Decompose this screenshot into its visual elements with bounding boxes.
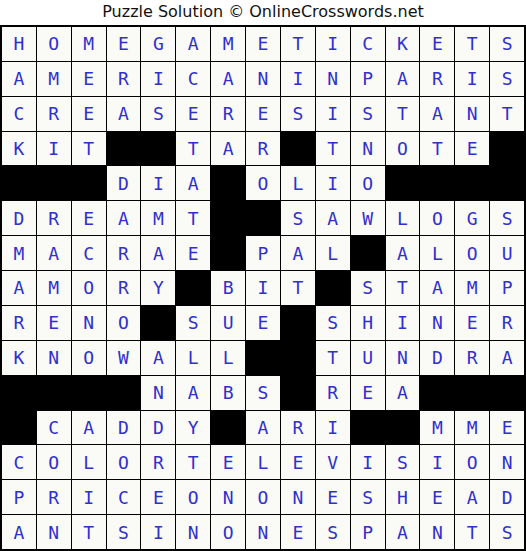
letter-cell-r9c12: I	[386, 306, 420, 340]
letter-cell-r9c4: O	[107, 306, 141, 340]
letter-cell-r14c9: N	[281, 480, 315, 514]
letter-cell-r3c6: E	[176, 97, 210, 131]
letter-cell-r7c9: A	[281, 236, 315, 270]
black-cell-r11c4	[107, 376, 141, 410]
letter-cell-r1c14: T	[455, 27, 489, 61]
letter-cell-r2c7: A	[211, 62, 245, 96]
black-cell-r11c13	[420, 376, 454, 410]
letter-cell-r14c6: O	[176, 480, 210, 514]
letter-cell-r11c8: S	[246, 376, 280, 410]
letter-cell-r6c11: W	[351, 201, 385, 235]
letter-cell-r3c1: C	[2, 97, 36, 131]
letter-cell-r6c10: A	[316, 201, 350, 235]
black-cell-r9c5	[141, 306, 175, 340]
letter-cell-r10c1: K	[2, 341, 36, 375]
black-cell-r5c1	[2, 166, 36, 200]
letter-cell-r3c13: A	[420, 97, 454, 131]
black-cell-r11c14	[455, 376, 489, 410]
letter-cell-r5c10: I	[316, 166, 350, 200]
black-cell-r12c12	[386, 411, 420, 445]
letter-cell-r4c7: A	[211, 132, 245, 166]
letter-cell-r12c8: A	[246, 411, 280, 445]
page-title: Puzzle Solution © OnlineCrosswords.net	[0, 0, 526, 25]
letter-cell-r15c1: A	[2, 515, 36, 549]
letter-cell-r1c8: E	[246, 27, 280, 61]
crossword-grid: HOMEGAMETICKETSAMERICANINPARISCREASERESI…	[0, 25, 526, 551]
black-cell-r5c3	[72, 166, 106, 200]
letter-cell-r3c4: A	[107, 97, 141, 131]
letter-cell-r13c15: N	[490, 445, 524, 479]
letter-cell-r7c15: U	[490, 236, 524, 270]
letter-cell-r14c5: E	[141, 480, 175, 514]
letter-cell-r9c13: N	[420, 306, 454, 340]
letter-cell-r1c5: G	[141, 27, 175, 61]
letter-cell-r10c2: N	[37, 341, 71, 375]
letter-cell-r1c1: H	[2, 27, 36, 61]
letter-cell-r5c11: O	[351, 166, 385, 200]
letter-cell-r7c2: A	[37, 236, 71, 270]
black-cell-r6c8	[246, 201, 280, 235]
black-cell-r11c2	[37, 376, 71, 410]
letter-cell-r1c13: E	[420, 27, 454, 61]
letter-cell-r13c14: O	[455, 445, 489, 479]
letter-cell-r14c1: P	[2, 480, 36, 514]
letter-cell-r13c1: C	[2, 445, 36, 479]
letter-cell-r9c1: R	[2, 306, 36, 340]
letter-cell-r2c6: C	[176, 62, 210, 96]
letter-cell-r9c2: E	[37, 306, 71, 340]
letter-cell-r6c14: G	[455, 201, 489, 235]
letter-cell-r10c13: D	[420, 341, 454, 375]
letter-cell-r8c4: R	[107, 271, 141, 305]
letter-cell-r2c2: M	[37, 62, 71, 96]
letter-cell-r15c11: P	[351, 515, 385, 549]
letter-cell-r2c5: I	[141, 62, 175, 96]
letter-cell-r12c5: D	[141, 411, 175, 445]
letter-cell-r12c2: C	[37, 411, 71, 445]
letter-cell-r13c4: O	[107, 445, 141, 479]
letter-cell-r10c14: R	[455, 341, 489, 375]
letter-cell-r5c8: O	[246, 166, 280, 200]
letter-cell-r14c14: A	[455, 480, 489, 514]
letter-cell-r5c5: I	[141, 166, 175, 200]
letter-cell-r2c4: R	[107, 62, 141, 96]
letter-cell-r15c4: S	[107, 515, 141, 549]
letter-cell-r11c10: R	[316, 376, 350, 410]
letter-cell-r7c13: L	[420, 236, 454, 270]
letter-cell-r9c3: N	[72, 306, 106, 340]
letter-cell-r2c10: N	[316, 62, 350, 96]
letter-cell-r4c13: T	[420, 132, 454, 166]
letter-cell-r13c3: L	[72, 445, 106, 479]
letter-cell-r1c9: T	[281, 27, 315, 61]
black-cell-r5c15	[490, 166, 524, 200]
letter-cell-r14c2: R	[37, 480, 71, 514]
letter-cell-r9c14: E	[455, 306, 489, 340]
letter-cell-r13c11: I	[351, 445, 385, 479]
letter-cell-r1c3: M	[72, 27, 106, 61]
letter-cell-r2c3: E	[72, 62, 106, 96]
letter-cell-r10c7: L	[211, 341, 245, 375]
letter-cell-r13c7: E	[211, 445, 245, 479]
letter-cell-r8c11: S	[351, 271, 385, 305]
letter-cell-r14c13: E	[420, 480, 454, 514]
letter-cell-r11c7: B	[211, 376, 245, 410]
letter-cell-r7c1: M	[2, 236, 36, 270]
letter-cell-r6c6: T	[176, 201, 210, 235]
letter-cell-r15c13: N	[420, 515, 454, 549]
letter-cell-r14c3: I	[72, 480, 106, 514]
letter-cell-r3c15: T	[490, 97, 524, 131]
letter-cell-r1c7: M	[211, 27, 245, 61]
letter-cell-r7c4: R	[107, 236, 141, 270]
letter-cell-r8c9: T	[281, 271, 315, 305]
letter-cell-r5c9: L	[281, 166, 315, 200]
letter-cell-r2c12: A	[386, 62, 420, 96]
letter-cell-r3c11: S	[351, 97, 385, 131]
letter-cell-r15c7: O	[211, 515, 245, 549]
letter-cell-r1c2: O	[37, 27, 71, 61]
black-cell-r8c10	[316, 271, 350, 305]
letter-cell-r15c10: S	[316, 515, 350, 549]
letter-cell-r15c3: T	[72, 515, 106, 549]
black-cell-r10c9	[281, 341, 315, 375]
letter-cell-r6c4: A	[107, 201, 141, 235]
letter-cell-r10c12: N	[386, 341, 420, 375]
letter-cell-r4c1: K	[2, 132, 36, 166]
black-cell-r5c13	[420, 166, 454, 200]
black-cell-r11c15	[490, 376, 524, 410]
black-cell-r5c12	[386, 166, 420, 200]
letter-cell-r13c6: T	[176, 445, 210, 479]
letter-cell-r13c9: E	[281, 445, 315, 479]
letter-cell-r8c15: P	[490, 271, 524, 305]
black-cell-r4c9	[281, 132, 315, 166]
letter-cell-r2c11: P	[351, 62, 385, 96]
letter-cell-r3c7: R	[211, 97, 245, 131]
letter-cell-r3c12: T	[386, 97, 420, 131]
letter-cell-r15c15: S	[490, 515, 524, 549]
letter-cell-r4c12: O	[386, 132, 420, 166]
letter-cell-r3c14: N	[455, 97, 489, 131]
black-cell-r5c2	[37, 166, 71, 200]
letter-cell-r1c15: S	[490, 27, 524, 61]
letter-cell-r12c9: R	[281, 411, 315, 445]
black-cell-r6c7	[211, 201, 245, 235]
letter-cell-r6c13: O	[420, 201, 454, 235]
letter-cell-r8c2: M	[37, 271, 71, 305]
letter-cell-r5c6: A	[176, 166, 210, 200]
letter-cell-r8c5: Y	[141, 271, 175, 305]
letter-cell-r3c9: S	[281, 97, 315, 131]
letter-cell-r1c12: K	[386, 27, 420, 61]
letter-cell-r6c12: L	[386, 201, 420, 235]
letter-cell-r1c11: C	[351, 27, 385, 61]
letter-cell-r8c12: T	[386, 271, 420, 305]
letter-cell-r12c10: I	[316, 411, 350, 445]
letter-cell-r3c8: E	[246, 97, 280, 131]
letter-cell-r15c2: N	[37, 515, 71, 549]
letter-cell-r9c10: S	[316, 306, 350, 340]
letter-cell-r13c13: I	[420, 445, 454, 479]
letter-cell-r10c6: L	[176, 341, 210, 375]
letter-cell-r7c3: C	[72, 236, 106, 270]
letter-cell-r6c1: D	[2, 201, 36, 235]
letter-cell-r9c11: H	[351, 306, 385, 340]
black-cell-r11c3	[72, 376, 106, 410]
letter-cell-r4c2: I	[37, 132, 71, 166]
letter-cell-r8c3: O	[72, 271, 106, 305]
black-cell-r12c7	[211, 411, 245, 445]
letter-cell-r2c14: I	[455, 62, 489, 96]
letter-cell-r11c11: E	[351, 376, 385, 410]
letter-cell-r12c4: D	[107, 411, 141, 445]
letter-cell-r15c9: E	[281, 515, 315, 549]
letter-cell-r12c6: Y	[176, 411, 210, 445]
letter-cell-r15c6: N	[176, 515, 210, 549]
letter-cell-r3c5: S	[141, 97, 175, 131]
letter-cell-r7c6: E	[176, 236, 210, 270]
letter-cell-r15c12: A	[386, 515, 420, 549]
letter-cell-r11c12: A	[386, 376, 420, 410]
black-cell-r5c7	[211, 166, 245, 200]
letter-cell-r15c8: N	[246, 515, 280, 549]
letter-cell-r6c3: E	[72, 201, 106, 235]
black-cell-r5c14	[455, 166, 489, 200]
letter-cell-r10c3: O	[72, 341, 106, 375]
black-cell-r8c6	[176, 271, 210, 305]
letter-cell-r7c12: A	[386, 236, 420, 270]
black-cell-r9c9	[281, 306, 315, 340]
letter-cell-r5c4: D	[107, 166, 141, 200]
letter-cell-r9c7: U	[211, 306, 245, 340]
letter-cell-r7c5: A	[141, 236, 175, 270]
letter-cell-r8c8: I	[246, 271, 280, 305]
letter-cell-r8c13: A	[420, 271, 454, 305]
letter-cell-r14c4: C	[107, 480, 141, 514]
letter-cell-r13c5: R	[141, 445, 175, 479]
letter-cell-r11c6: A	[176, 376, 210, 410]
letter-cell-r14c12: H	[386, 480, 420, 514]
black-cell-r4c4	[107, 132, 141, 166]
letter-cell-r14c10: E	[316, 480, 350, 514]
letter-cell-r13c10: V	[316, 445, 350, 479]
letter-cell-r2c8: N	[246, 62, 280, 96]
letter-cell-r4c3: T	[72, 132, 106, 166]
letter-cell-r4c10: T	[316, 132, 350, 166]
black-cell-r11c1	[2, 376, 36, 410]
letter-cell-r1c4: E	[107, 27, 141, 61]
letter-cell-r15c14: T	[455, 515, 489, 549]
black-cell-r4c15	[490, 132, 524, 166]
letter-cell-r12c14: M	[455, 411, 489, 445]
letter-cell-r12c13: M	[420, 411, 454, 445]
letter-cell-r3c2: R	[37, 97, 71, 131]
letter-cell-r14c15: D	[490, 480, 524, 514]
letter-cell-r10c11: U	[351, 341, 385, 375]
letter-cell-r15c5: I	[141, 515, 175, 549]
letter-cell-r7c14: O	[455, 236, 489, 270]
letter-cell-r8c1: A	[2, 271, 36, 305]
letter-cell-r9c6: S	[176, 306, 210, 340]
letter-cell-r10c15: A	[490, 341, 524, 375]
black-cell-r12c11	[351, 411, 385, 445]
letter-cell-r4c14: E	[455, 132, 489, 166]
letter-cell-r11c5: N	[141, 376, 175, 410]
letter-cell-r7c8: P	[246, 236, 280, 270]
letter-cell-r9c15: R	[490, 306, 524, 340]
letter-cell-r12c15: E	[490, 411, 524, 445]
letter-cell-r4c11: N	[351, 132, 385, 166]
letter-cell-r1c10: I	[316, 27, 350, 61]
letter-cell-r10c5: A	[141, 341, 175, 375]
letter-cell-r14c11: S	[351, 480, 385, 514]
letter-cell-r13c2: O	[37, 445, 71, 479]
black-cell-r10c8	[246, 341, 280, 375]
letter-cell-r13c12: S	[386, 445, 420, 479]
letter-cell-r8c7: B	[211, 271, 245, 305]
letter-cell-r4c8: R	[246, 132, 280, 166]
letter-cell-r6c2: R	[37, 201, 71, 235]
letter-cell-r9c8: E	[246, 306, 280, 340]
letter-cell-r3c3: E	[72, 97, 106, 131]
black-cell-r7c11	[351, 236, 385, 270]
letter-cell-r6c15: S	[490, 201, 524, 235]
black-cell-r12c1	[2, 411, 36, 445]
letter-cell-r6c9: S	[281, 201, 315, 235]
letter-cell-r7c10: L	[316, 236, 350, 270]
letter-cell-r13c8: L	[246, 445, 280, 479]
letter-cell-r12c3: A	[72, 411, 106, 445]
letter-cell-r14c7: N	[211, 480, 245, 514]
black-cell-r4c5	[141, 132, 175, 166]
letter-cell-r8c14: M	[455, 271, 489, 305]
letter-cell-r2c13: R	[420, 62, 454, 96]
black-cell-r11c9	[281, 376, 315, 410]
letter-cell-r2c9: I	[281, 62, 315, 96]
letter-cell-r6c5: M	[141, 201, 175, 235]
letter-cell-r10c4: W	[107, 341, 141, 375]
letter-cell-r3c10: I	[316, 97, 350, 131]
black-cell-r7c7	[211, 236, 245, 270]
letter-cell-r2c15: S	[490, 62, 524, 96]
letter-cell-r2c1: A	[2, 62, 36, 96]
letter-cell-r14c8: O	[246, 480, 280, 514]
letter-cell-r4c6: T	[176, 132, 210, 166]
letter-cell-r1c6: A	[176, 27, 210, 61]
letter-cell-r10c10: T	[316, 341, 350, 375]
